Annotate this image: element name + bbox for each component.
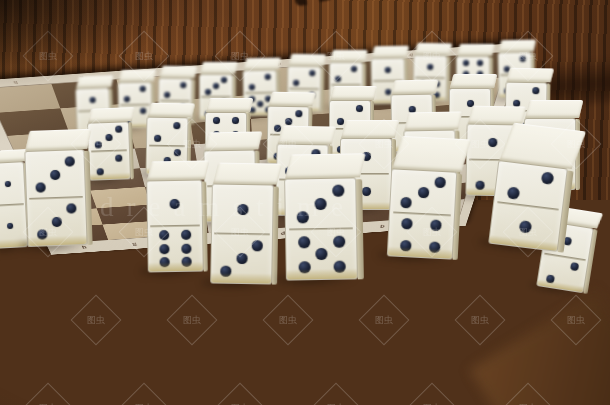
pip [295, 110, 302, 117]
domino-half-3 [285, 178, 356, 229]
pip [52, 216, 62, 226]
pip [264, 74, 270, 80]
domino-top-face [88, 107, 135, 123]
pip [298, 261, 310, 273]
photo-dominoes-on-chessboard: hgfedcba fedcba hgfedcba dreamstime 图虫图虫… [0, 0, 610, 405]
domino-half-2 [159, 79, 191, 102]
pip [170, 198, 180, 208]
pip [427, 64, 433, 70]
pip [314, 198, 326, 210]
pip [174, 149, 181, 156]
pip [115, 154, 122, 161]
pip [333, 235, 345, 247]
domino-top-face [468, 106, 527, 125]
domino-top-face [404, 111, 462, 130]
pip [356, 105, 363, 112]
pip [173, 122, 180, 129]
domino-half-1 [0, 162, 25, 206]
domino-top-face [414, 43, 453, 56]
pip [164, 92, 170, 98]
domino-half-2 [89, 150, 130, 179]
domino-top-face [506, 68, 553, 83]
domino-half-2 [244, 71, 276, 94]
pip [249, 84, 255, 90]
domino-face [284, 177, 358, 280]
pip [65, 157, 75, 167]
pip [252, 240, 263, 251]
pip [159, 230, 169, 240]
domino-tile-1-6 [146, 180, 204, 273]
domino-top-face [213, 163, 283, 185]
pip [519, 56, 525, 62]
pip [429, 241, 441, 253]
pip [298, 236, 310, 248]
pip [90, 97, 96, 103]
pip [66, 204, 76, 214]
domino-half-3 [88, 122, 129, 151]
pip [337, 118, 344, 125]
pip [7, 223, 13, 229]
domino-top-face [286, 153, 366, 178]
pip [96, 168, 103, 175]
domino-half-1 [212, 184, 273, 234]
domino-half-3 [27, 197, 87, 246]
pip [532, 87, 539, 94]
domino-tile-3-3 [24, 149, 87, 247]
domino-top-face [147, 160, 210, 180]
domino-face [87, 121, 131, 180]
pip [488, 138, 497, 147]
pip [315, 248, 327, 260]
pip [541, 171, 554, 184]
pip [160, 257, 170, 267]
domino-half-2 [330, 63, 362, 85]
domino-half-3 [390, 169, 456, 215]
pip [220, 265, 231, 276]
pip [124, 96, 130, 102]
pip [257, 101, 263, 107]
domino-top-face [341, 120, 400, 138]
domino-half-2 [147, 118, 187, 147]
pip [335, 76, 341, 82]
pip [181, 243, 191, 253]
pip [95, 141, 102, 148]
domino-top-face [288, 54, 327, 67]
pip [154, 135, 161, 142]
pip [519, 220, 532, 233]
pip [506, 187, 519, 200]
domino-top-face [525, 100, 584, 118]
pip [205, 89, 211, 95]
pip [463, 60, 469, 66]
domino-face [24, 149, 87, 247]
pip [477, 60, 483, 66]
domino-top-face [450, 74, 497, 88]
pip [237, 204, 248, 215]
pip [293, 80, 299, 86]
domino-top-face [76, 75, 114, 88]
pip [333, 260, 345, 272]
domino-half-1 [372, 59, 404, 82]
pip [105, 133, 112, 140]
pip [213, 117, 220, 124]
domino-top-face [371, 46, 409, 59]
pip [35, 182, 45, 192]
domino-half-6 [148, 226, 203, 272]
pip [362, 187, 371, 196]
domino-top-face [159, 66, 198, 79]
domino-face [387, 168, 458, 259]
pip [5, 181, 11, 187]
pip [213, 83, 219, 89]
pip [232, 117, 239, 124]
domino-face [488, 160, 568, 252]
domino-half-1 [414, 56, 446, 79]
domino-top-face [278, 126, 337, 145]
pip [50, 169, 60, 179]
pip [570, 262, 579, 271]
domino-tile-1-1 [0, 161, 28, 249]
domino-top-face [457, 44, 495, 56]
domino-top-face [330, 50, 368, 62]
domino-top-face [498, 40, 536, 53]
domino-top-face [147, 103, 194, 118]
domino-top-face [26, 129, 93, 151]
domino-half-3 [25, 150, 85, 199]
pip [400, 240, 412, 252]
pip [159, 244, 169, 254]
domino-half-2 [119, 83, 151, 106]
pip [430, 220, 442, 232]
pip [546, 274, 555, 283]
domino-tile-3-4 [387, 168, 458, 259]
domino-top-face [204, 131, 262, 150]
pip [236, 253, 247, 264]
domino-half-1 [147, 181, 202, 227]
domino-top-face [243, 58, 281, 71]
pip [401, 218, 413, 230]
pip [296, 211, 308, 223]
pip [221, 77, 227, 83]
pip [181, 230, 191, 240]
domino-half-3 [200, 75, 232, 97]
pip [181, 257, 191, 267]
domino-top-face [391, 80, 438, 95]
domino-half-4 [388, 212, 454, 258]
pip [400, 197, 412, 209]
pip [285, 117, 292, 124]
pip [115, 126, 122, 133]
domino-tile-3-2 [87, 121, 131, 180]
pip [351, 66, 357, 72]
pip [37, 229, 47, 239]
domino-half-2 [288, 67, 320, 90]
domino-half-5 [286, 228, 357, 279]
domino-tile-1-3 [210, 183, 274, 284]
domino-top-face [200, 62, 238, 74]
domino-top-face [393, 136, 471, 172]
pip [180, 82, 186, 88]
domino-face [146, 180, 204, 273]
domino-top-face [330, 86, 377, 100]
pip [309, 70, 315, 76]
domino-top-face [206, 98, 253, 112]
pip [435, 176, 447, 188]
pip [475, 181, 484, 190]
pip [385, 67, 391, 73]
domino-top-face [118, 70, 156, 83]
domino-tile-2-1 [488, 160, 568, 252]
pip [139, 86, 145, 92]
domino-half-3 [211, 233, 272, 283]
pip [417, 187, 429, 199]
domino-top-face [268, 92, 315, 107]
pip [140, 108, 146, 114]
pip [332, 185, 344, 197]
domino-face [0, 161, 28, 249]
domino-tile-3-5 [284, 177, 358, 280]
domino-face [210, 183, 274, 284]
